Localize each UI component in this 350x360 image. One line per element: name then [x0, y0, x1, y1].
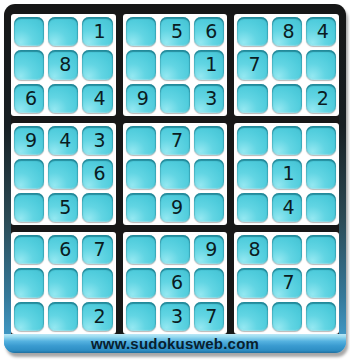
box-3-3: 87: [234, 232, 339, 334]
cell-r9c9[interactable]: [306, 302, 336, 331]
cell-r8c5[interactable]: 6: [160, 268, 190, 297]
cell-r4c7[interactable]: [237, 126, 267, 155]
cell-r6c9[interactable]: [306, 193, 336, 222]
cell-r1c2[interactable]: [48, 17, 78, 46]
cell-r8c3[interactable]: [82, 268, 112, 297]
cell-r1c3[interactable]: 1: [82, 17, 112, 46]
cell-r7c7[interactable]: 8: [237, 235, 267, 264]
cell-r4c6[interactable]: [194, 126, 224, 155]
box-1-2: 56193: [123, 14, 228, 116]
cell-r3c1[interactable]: 6: [14, 84, 44, 113]
cell-r6c6[interactable]: [194, 193, 224, 222]
cell-r8c6[interactable]: [194, 268, 224, 297]
cell-r5c6[interactable]: [194, 159, 224, 188]
sudoku-board: 1864561938472943657914672963787: [11, 14, 339, 334]
cell-r5c5[interactable]: [160, 159, 190, 188]
cell-r4c9[interactable]: [306, 126, 336, 155]
cell-r4c3[interactable]: 3: [82, 126, 112, 155]
cell-r7c8[interactable]: [272, 235, 302, 264]
footer-bar: www.sudokusweb.com: [4, 334, 346, 353]
cell-r5c1[interactable]: [14, 159, 44, 188]
cell-r2c5[interactable]: [160, 50, 190, 79]
cell-r3c3[interactable]: 4: [82, 84, 112, 113]
cell-r7c6[interactable]: 9: [194, 235, 224, 264]
cell-r9c1[interactable]: [14, 302, 44, 331]
cell-r3c9[interactable]: 2: [306, 84, 336, 113]
cell-r3c6[interactable]: 3: [194, 84, 224, 113]
cell-r7c3[interactable]: 7: [82, 235, 112, 264]
cell-r3c8[interactable]: [272, 84, 302, 113]
cell-r1c5[interactable]: 5: [160, 17, 190, 46]
cell-r2c1[interactable]: [14, 50, 44, 79]
cell-r6c4[interactable]: [126, 193, 156, 222]
box-1-3: 8472: [234, 14, 339, 116]
box-2-3: 14: [234, 123, 339, 225]
cell-r9c6[interactable]: 7: [194, 302, 224, 331]
cell-r5c2[interactable]: [48, 159, 78, 188]
cell-r9c4[interactable]: [126, 302, 156, 331]
cell-r5c3[interactable]: 6: [82, 159, 112, 188]
cell-r7c9[interactable]: [306, 235, 336, 264]
cell-r3c7[interactable]: [237, 84, 267, 113]
cell-r5c9[interactable]: [306, 159, 336, 188]
cell-r1c6[interactable]: 6: [194, 17, 224, 46]
box-3-2: 9637: [123, 232, 228, 334]
cell-r9c5[interactable]: 3: [160, 302, 190, 331]
cell-r6c7[interactable]: [237, 193, 267, 222]
cell-r8c4[interactable]: [126, 268, 156, 297]
box-2-1: 94365: [11, 123, 116, 225]
cell-r9c2[interactable]: [48, 302, 78, 331]
cell-r6c1[interactable]: [14, 193, 44, 222]
cell-r2c4[interactable]: [126, 50, 156, 79]
site-url-link[interactable]: www.sudokusweb.com: [91, 335, 259, 352]
cell-r2c7[interactable]: 7: [237, 50, 267, 79]
cell-r7c1[interactable]: [14, 235, 44, 264]
cell-r3c2[interactable]: [48, 84, 78, 113]
cell-r1c4[interactable]: [126, 17, 156, 46]
box-2-2: 79: [123, 123, 228, 225]
box-1-1: 1864: [11, 14, 116, 116]
cell-r5c7[interactable]: [237, 159, 267, 188]
box-3-1: 672: [11, 232, 116, 334]
cell-r8c9[interactable]: [306, 268, 336, 297]
cell-r7c2[interactable]: 6: [48, 235, 78, 264]
cell-r8c1[interactable]: [14, 268, 44, 297]
cell-r6c2[interactable]: 5: [48, 193, 78, 222]
cell-r1c7[interactable]: [237, 17, 267, 46]
cell-r2c6[interactable]: 1: [194, 50, 224, 79]
cell-r2c2[interactable]: 8: [48, 50, 78, 79]
cell-r9c8[interactable]: [272, 302, 302, 331]
cell-r4c1[interactable]: 9: [14, 126, 44, 155]
cell-r8c2[interactable]: [48, 268, 78, 297]
cell-r4c2[interactable]: 4: [48, 126, 78, 155]
cell-r6c5[interactable]: 9: [160, 193, 190, 222]
cell-r7c4[interactable]: [126, 235, 156, 264]
cell-r8c7[interactable]: [237, 268, 267, 297]
cell-r1c8[interactable]: 8: [272, 17, 302, 46]
cell-r2c8[interactable]: [272, 50, 302, 79]
cell-r2c9[interactable]: [306, 50, 336, 79]
cell-r6c8[interactable]: 4: [272, 193, 302, 222]
cell-r7c5[interactable]: [160, 235, 190, 264]
cell-r4c5[interactable]: 7: [160, 126, 190, 155]
cell-r5c8[interactable]: 1: [272, 159, 302, 188]
cell-r2c3[interactable]: [82, 50, 112, 79]
cell-r1c9[interactable]: 4: [306, 17, 336, 46]
cell-r4c4[interactable]: [126, 126, 156, 155]
cell-r1c1[interactable]: [14, 17, 44, 46]
cell-r8c8[interactable]: 7: [272, 268, 302, 297]
cell-r5c4[interactable]: [126, 159, 156, 188]
cell-r3c5[interactable]: [160, 84, 190, 113]
cell-r6c3[interactable]: [82, 193, 112, 222]
cell-r3c4[interactable]: 9: [126, 84, 156, 113]
cell-r9c7[interactable]: [237, 302, 267, 331]
cell-r9c3[interactable]: 2: [82, 302, 112, 331]
board-container: 1864561938472943657914672963787 www.sudo…: [4, 4, 346, 353]
cell-r4c8[interactable]: [272, 126, 302, 155]
